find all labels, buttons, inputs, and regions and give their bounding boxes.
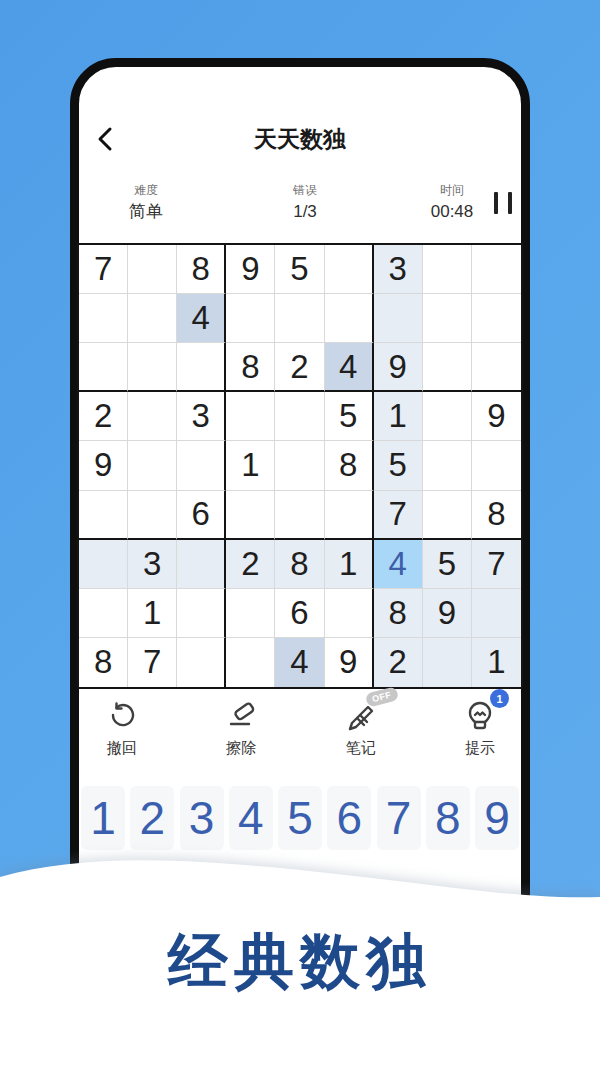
sudoku-cell-r8c9[interactable] [472, 589, 521, 638]
numpad-key-2[interactable]: 2 [130, 786, 174, 850]
sudoku-cell-r1c4[interactable]: 9 [226, 245, 275, 294]
sudoku-cell-r7c8[interactable]: 5 [423, 540, 472, 589]
sudoku-cell-r6c2[interactable] [128, 491, 177, 540]
sudoku-cell-r3c7[interactable]: 9 [374, 343, 423, 392]
sudoku-cell-r7c7[interactable]: 4 [374, 540, 423, 589]
undo-icon [105, 699, 139, 733]
difficulty-value: 简单 [91, 202, 201, 221]
sudoku-cell-r4c8[interactable] [423, 392, 472, 441]
sudoku-cell-r6c6[interactable] [325, 491, 374, 540]
sudoku-cell-r4c4[interactable] [226, 392, 275, 441]
sudoku-cell-r6c5[interactable] [275, 491, 324, 540]
hint-count-badge: 1 [490, 689, 509, 708]
sudoku-cell-r3c6[interactable]: 4 [325, 343, 374, 392]
sudoku-cell-r1c2[interactable] [128, 245, 177, 294]
hint-label: 提示 [465, 739, 495, 758]
sudoku-cell-r2c8[interactable] [423, 294, 472, 343]
sudoku-cell-r9c3[interactable] [177, 638, 226, 687]
sudoku-cell-r9c6[interactable]: 9 [325, 638, 374, 687]
sudoku-cell-r1c6[interactable] [325, 245, 374, 294]
sudoku-cell-r3c2[interactable] [128, 343, 177, 392]
sudoku-cell-r1c7[interactable]: 3 [374, 245, 423, 294]
hint-button[interactable]: 1 提示 [449, 699, 511, 767]
pencil-icon: OFF [344, 699, 378, 733]
sudoku-cell-r9c4[interactable] [226, 638, 275, 687]
sudoku-cell-r6c8[interactable] [423, 491, 472, 540]
numpad-key-6[interactable]: 6 [327, 786, 371, 850]
sudoku-cell-r5c9[interactable] [472, 441, 521, 490]
sudoku-cell-r7c1[interactable] [79, 540, 128, 589]
notes-button[interactable]: OFF 笔记 [330, 699, 392, 767]
page-title: 天天数独 [150, 124, 450, 155]
sudoku-cell-r6c3[interactable]: 6 [177, 491, 226, 540]
app-background: 天天数独 难度 简单 错误 1/3 时间 00:48 7895348249235… [0, 0, 600, 1066]
sudoku-cell-r2c1[interactable] [79, 294, 128, 343]
sudoku-cell-r7c5[interactable]: 8 [275, 540, 324, 589]
difficulty-label: 难度 [91, 183, 201, 197]
sudoku-cell-r6c7[interactable]: 7 [374, 491, 423, 540]
sudoku-cell-r8c1[interactable] [79, 589, 128, 638]
sudoku-cell-r7c6[interactable]: 1 [325, 540, 374, 589]
sudoku-cell-r8c5[interactable]: 6 [275, 589, 324, 638]
sudoku-cell-r2c9[interactable] [472, 294, 521, 343]
sudoku-cell-r5c6[interactable]: 8 [325, 441, 374, 490]
sudoku-cell-r3c3[interactable] [177, 343, 226, 392]
eraser-icon [224, 699, 258, 733]
sudoku-board: 789534824923519918567832814571689874921 [77, 243, 523, 689]
numpad-key-4[interactable]: 4 [229, 786, 273, 850]
sudoku-cell-r7c2[interactable]: 3 [128, 540, 177, 589]
time-value: 00:48 [397, 202, 507, 221]
sudoku-cell-r9c1[interactable]: 8 [79, 638, 128, 687]
numpad-key-5[interactable]: 5 [278, 786, 322, 850]
sudoku-cell-r4c9[interactable]: 9 [472, 392, 521, 441]
notes-label: 笔记 [346, 739, 376, 758]
sudoku-cell-r8c6[interactable] [325, 589, 374, 638]
errors-value: 1/3 [250, 202, 360, 221]
sudoku-cell-r1c8[interactable] [423, 245, 472, 294]
sudoku-cell-r4c2[interactable] [128, 392, 177, 441]
toolbar: 撤回 擦除 OFF 笔记 [91, 699, 511, 767]
sudoku-cell-r9c7[interactable]: 2 [374, 638, 423, 687]
numpad-key-9[interactable]: 9 [475, 786, 519, 850]
difficulty-stat: 难度 简单 [91, 183, 201, 221]
sudoku-cell-r2c7[interactable] [374, 294, 423, 343]
numpad-key-1[interactable]: 1 [81, 786, 125, 850]
sudoku-cell-r6c4[interactable] [226, 491, 275, 540]
sudoku-cell-r7c3[interactable] [177, 540, 226, 589]
undo-button[interactable]: 撤回 [91, 699, 153, 767]
sudoku-cell-r1c9[interactable] [472, 245, 521, 294]
chevron-left-icon [92, 125, 120, 153]
sudoku-cell-r9c9[interactable]: 1 [472, 638, 521, 687]
sudoku-cell-r5c8[interactable] [423, 441, 472, 490]
sudoku-cell-r6c1[interactable] [79, 491, 128, 540]
erase-label: 擦除 [226, 739, 256, 758]
sudoku-cell-r2c3[interactable]: 4 [177, 294, 226, 343]
undo-label: 撤回 [107, 739, 137, 758]
sudoku-cell-r3c8[interactable] [423, 343, 472, 392]
sudoku-cell-r2c5[interactable] [275, 294, 324, 343]
sudoku-cell-r9c8[interactable] [423, 638, 472, 687]
footer-title: 经典数独 [0, 922, 600, 1003]
sudoku-cell-r8c8[interactable]: 9 [423, 589, 472, 638]
sudoku-cell-r1c5[interactable]: 5 [275, 245, 324, 294]
numpad-key-3[interactable]: 3 [180, 786, 224, 850]
numpad-key-8[interactable]: 8 [426, 786, 470, 850]
sudoku-cell-r2c4[interactable] [226, 294, 275, 343]
sudoku-cell-r4c5[interactable] [275, 392, 324, 441]
sudoku-cell-r8c7[interactable]: 8 [374, 589, 423, 638]
back-button[interactable] [92, 125, 120, 153]
pause-button[interactable] [493, 192, 513, 214]
sudoku-cell-r8c4[interactable] [226, 589, 275, 638]
sudoku-cell-r7c9[interactable]: 7 [472, 540, 521, 589]
sudoku-cell-r6c9[interactable]: 8 [472, 491, 521, 540]
erase-button[interactable]: 擦除 [210, 699, 272, 767]
sudoku-cell-r1c1[interactable]: 7 [79, 245, 128, 294]
pause-icon [494, 192, 498, 214]
sudoku-cell-r9c2[interactable]: 7 [128, 638, 177, 687]
lightbulb-icon: 1 [463, 699, 497, 733]
errors-label: 错误 [250, 183, 360, 197]
sudoku-cell-r7c4[interactable]: 2 [226, 540, 275, 589]
number-pad: 123456789 [81, 786, 519, 852]
sudoku-cell-r8c2[interactable]: 1 [128, 589, 177, 638]
time-stat: 时间 00:48 [397, 183, 507, 221]
time-label: 时间 [397, 183, 507, 197]
sudoku-cell-r3c1[interactable] [79, 343, 128, 392]
sudoku-cell-r8c3[interactable] [177, 589, 226, 638]
sudoku-cell-r1c3[interactable]: 8 [177, 245, 226, 294]
sudoku-cell-r5c3[interactable] [177, 441, 226, 490]
sudoku-cell-r3c4[interactable]: 8 [226, 343, 275, 392]
numpad-key-7[interactable]: 7 [377, 786, 421, 850]
sudoku-cell-r5c5[interactable] [275, 441, 324, 490]
sudoku-cell-r5c1[interactable]: 9 [79, 441, 128, 490]
sudoku-cell-r4c3[interactable]: 3 [177, 392, 226, 441]
sudoku-cell-r2c2[interactable] [128, 294, 177, 343]
sudoku-cell-r2c6[interactable] [325, 294, 374, 343]
sudoku-cell-r5c2[interactable] [128, 441, 177, 490]
sudoku-cell-r5c4[interactable]: 1 [226, 441, 275, 490]
sudoku-cell-r4c1[interactable]: 2 [79, 392, 128, 441]
sudoku-cell-r5c7[interactable]: 5 [374, 441, 423, 490]
sudoku-cell-r3c5[interactable]: 2 [275, 343, 324, 392]
sudoku-cell-r4c7[interactable]: 1 [374, 392, 423, 441]
errors-stat: 错误 1/3 [250, 183, 360, 221]
sudoku-cell-r3c9[interactable] [472, 343, 521, 392]
sudoku-cell-r4c6[interactable]: 5 [325, 392, 374, 441]
sudoku-cell-r9c5[interactable]: 4 [275, 638, 324, 687]
